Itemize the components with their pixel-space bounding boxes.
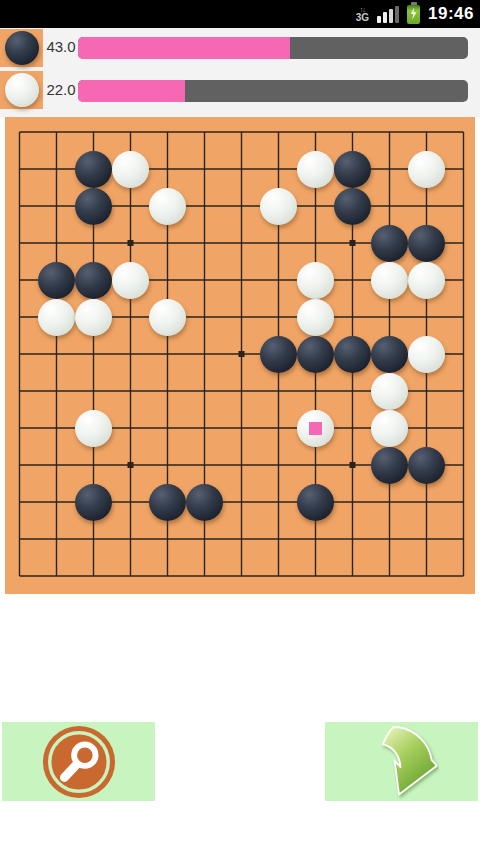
white-stone <box>260 188 297 225</box>
status-clock: 19:46 <box>428 4 474 24</box>
black-stone <box>75 484 112 521</box>
magnifier-icon <box>40 723 118 801</box>
black-stone <box>334 336 371 373</box>
black-stone <box>334 151 371 188</box>
white-stone <box>149 188 186 225</box>
white-stone <box>371 410 408 447</box>
black-player-avatar <box>0 29 43 67</box>
black-stone <box>408 225 445 262</box>
star-point <box>239 351 245 357</box>
network-label: 3G <box>356 13 369 23</box>
white-stone <box>149 299 186 336</box>
white-stone <box>408 262 445 299</box>
signal-strength-icon <box>377 5 399 23</box>
black-stone <box>75 262 112 299</box>
black-stone <box>297 484 334 521</box>
go-board[interactable] <box>5 117 475 594</box>
black-stone <box>149 484 186 521</box>
star-point <box>350 240 356 246</box>
black-stone <box>334 188 371 225</box>
white-stone <box>371 373 408 410</box>
last-move-marker <box>309 422 322 435</box>
search-button[interactable] <box>2 722 155 801</box>
undo-button[interactable] <box>325 722 478 801</box>
white-progress-bar <box>78 80 468 102</box>
white-stone <box>408 336 445 373</box>
white-player-avatar <box>0 71 43 109</box>
white-stone <box>297 299 334 336</box>
white-stone <box>297 151 334 188</box>
white-stone <box>75 299 112 336</box>
white-stone <box>112 151 149 188</box>
score-panel: 43.0 22.0 <box>0 28 480 117</box>
lightning-bolt-icon <box>410 8 417 20</box>
black-stone <box>297 336 334 373</box>
black-stone <box>260 336 297 373</box>
black-stone <box>75 188 112 225</box>
star-point <box>350 462 356 468</box>
black-stone <box>371 447 408 484</box>
star-point <box>128 462 134 468</box>
white-stone <box>371 262 408 299</box>
black-stone <box>371 225 408 262</box>
star-point <box>128 240 134 246</box>
black-progress-bar <box>78 37 468 59</box>
black-stone-icon <box>5 31 39 65</box>
white-score: 22.0 <box>45 81 77 98</box>
white-stone <box>408 151 445 188</box>
3g-data-icon: ↑↓ 3G <box>356 6 369 23</box>
white-stone-icon <box>5 73 39 107</box>
black-stone <box>75 151 112 188</box>
black-stone <box>408 447 445 484</box>
black-stone <box>38 262 75 299</box>
white-stone <box>297 262 334 299</box>
white-progress-fill <box>78 80 185 102</box>
black-score: 43.0 <box>45 38 77 55</box>
black-stone <box>371 336 408 373</box>
white-stone <box>75 410 112 447</box>
black-stone <box>186 484 223 521</box>
app-screen: ↑↓ 3G 19:46 43.0 22.0 <box>0 0 480 854</box>
status-bar: ↑↓ 3G 19:46 <box>0 0 480 28</box>
curved-arrow-icon <box>365 724 439 800</box>
battery-charging-icon <box>407 5 420 24</box>
white-stone <box>112 262 149 299</box>
black-progress-fill <box>78 37 290 59</box>
white-stone <box>38 299 75 336</box>
